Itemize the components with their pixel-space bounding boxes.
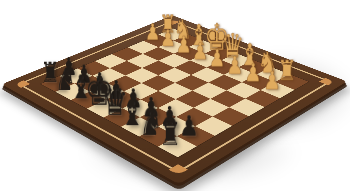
pieces-grid: ♜♞♝♚♛♝♞♜♟♟♟♟♟♟♟♟♟♟♟♟♟♟♟♟♜♞♝♚♛♝♞♜ (41, 28, 309, 157)
black-rook-a8[interactable]: ♜ (156, 118, 184, 150)
piece-cell-a5 (213, 107, 249, 125)
chess-set-photo: ♜♞♝♚♛♝♞♜♟♟♟♟♟♟♟♟♟♟♟♟♟♟♟♟♜♞♝♚♛♝♞♜ ♛♛ (0, 0, 350, 191)
white-pawn-a2[interactable]: ♟ (260, 67, 285, 92)
extra-white-queen[interactable]: ♛ (0, 0, 29, 90)
pieces-layer: ♜♞♝♚♛♝♞♜♟♟♟♟♟♟♟♟♟♟♟♟♟♟♟♟♜♞♝♚♛♝♞♜ ♛♛ (2, 15, 347, 184)
